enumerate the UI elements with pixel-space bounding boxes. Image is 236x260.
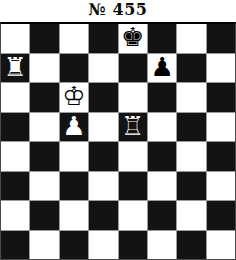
square-e2[interactable]: [119, 201, 147, 230]
black-rook[interactable]: ♖: [121, 113, 144, 139]
square-g2[interactable]: [177, 201, 205, 230]
square-a5[interactable]: [1, 113, 29, 142]
square-b4[interactable]: [30, 142, 58, 171]
black-pawn[interactable]: ♟: [150, 54, 173, 80]
square-d2[interactable]: [89, 201, 117, 230]
square-a7[interactable]: ♜: [1, 54, 29, 83]
square-b3[interactable]: [30, 172, 58, 201]
square-h5[interactable]: [207, 113, 235, 142]
white-rook[interactable]: ♜: [4, 54, 27, 80]
square-b2[interactable]: [30, 201, 58, 230]
square-g8[interactable]: [177, 24, 205, 53]
square-e5[interactable]: ♖: [119, 113, 147, 142]
square-f2[interactable]: [148, 201, 176, 230]
square-e1[interactable]: [119, 231, 147, 260]
square-c1[interactable]: [60, 231, 88, 260]
square-a4[interactable]: [1, 142, 29, 171]
square-e3[interactable]: [119, 172, 147, 201]
square-c7[interactable]: [60, 54, 88, 83]
square-c5[interactable]: ♟: [60, 113, 88, 142]
square-b7[interactable]: [30, 54, 58, 83]
square-d5[interactable]: [89, 113, 117, 142]
square-h7[interactable]: [207, 54, 235, 83]
square-h6[interactable]: [207, 83, 235, 112]
square-e8[interactable]: ♚: [119, 24, 147, 53]
white-king[interactable]: ♔: [62, 83, 85, 109]
square-b5[interactable]: [30, 113, 58, 142]
square-g3[interactable]: [177, 172, 205, 201]
square-a8[interactable]: [1, 24, 29, 53]
square-c8[interactable]: [60, 24, 88, 53]
square-a2[interactable]: [1, 201, 29, 230]
square-f3[interactable]: [148, 172, 176, 201]
square-c4[interactable]: [60, 142, 88, 171]
black-king[interactable]: ♚: [121, 24, 144, 50]
square-c6[interactable]: ♔: [60, 83, 88, 112]
square-e6[interactable]: [119, 83, 147, 112]
square-g1[interactable]: [177, 231, 205, 260]
square-h3[interactable]: [207, 172, 235, 201]
square-d6[interactable]: [89, 83, 117, 112]
square-f5[interactable]: [148, 113, 176, 142]
square-g5[interactable]: [177, 113, 205, 142]
square-h1[interactable]: [207, 231, 235, 260]
square-c2[interactable]: [60, 201, 88, 230]
chess-board: ♚♜♟♔♟♖: [0, 22, 236, 260]
puzzle-number: № 455: [0, 0, 236, 20]
square-f1[interactable]: [148, 231, 176, 260]
square-d7[interactable]: [89, 54, 117, 83]
square-c3[interactable]: [60, 172, 88, 201]
square-f7[interactable]: ♟: [148, 54, 176, 83]
square-b8[interactable]: [30, 24, 58, 53]
square-d8[interactable]: [89, 24, 117, 53]
square-f4[interactable]: [148, 142, 176, 171]
square-h8[interactable]: [207, 24, 235, 53]
square-e4[interactable]: [119, 142, 147, 171]
square-a1[interactable]: [1, 231, 29, 260]
square-e7[interactable]: [119, 54, 147, 83]
square-h2[interactable]: [207, 201, 235, 230]
square-g7[interactable]: [177, 54, 205, 83]
square-d1[interactable]: [89, 231, 117, 260]
square-g4[interactable]: [177, 142, 205, 171]
square-f6[interactable]: [148, 83, 176, 112]
board-grid: ♚♜♟♔♟♖: [1, 24, 235, 259]
square-f8[interactable]: [148, 24, 176, 53]
square-d3[interactable]: [89, 172, 117, 201]
square-d4[interactable]: [89, 142, 117, 171]
square-g6[interactable]: [177, 83, 205, 112]
square-b6[interactable]: [30, 83, 58, 112]
square-a3[interactable]: [1, 172, 29, 201]
square-h4[interactable]: [207, 142, 235, 171]
square-b1[interactable]: [30, 231, 58, 260]
square-a6[interactable]: [1, 83, 29, 112]
white-pawn[interactable]: ♟: [62, 113, 85, 139]
